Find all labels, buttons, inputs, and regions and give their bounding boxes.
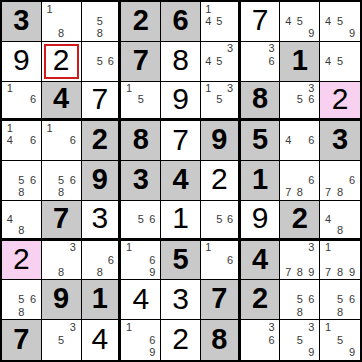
cell-r6c3[interactable]: 3 [82,201,122,241]
cell-r7c7[interactable]: 4 [241,241,281,281]
candidate-5 [94,254,105,266]
candidate-1 [203,43,214,55]
cell-r7c2[interactable]: 38 [42,241,82,281]
candidate-2 [334,321,346,334]
cell-r4c3[interactable]: 2 [82,121,122,161]
cell-r7c9[interactable]: 1789 [320,241,360,281]
candidate-7 [243,67,255,79]
candidate-2 [294,281,306,293]
candidate-3 [105,3,116,15]
candidate-3 [27,281,39,293]
cell-r6c4[interactable]: 56 [121,201,161,241]
candidate-7 [123,225,135,237]
candidate-3 [67,162,79,174]
cell-r8c7[interactable]: 2 [241,280,281,320]
cell-r3c6[interactable]: 135 [201,82,241,122]
entered-digit: 2 [53,45,70,75]
candidate-4 [44,174,56,186]
cell-r1c8[interactable]: 459 [280,2,320,42]
candidate-9 [225,67,236,79]
candidate-4: 4 [282,135,294,147]
candidate-8 [294,346,306,359]
given-digit: 8 [252,84,268,113]
cell-r4c4[interactable]: 8 [121,121,161,161]
cell-r2c4[interactable]: 7 [121,42,161,82]
candidate-2 [294,321,306,334]
cell-r9c5[interactable]: 2 [161,320,201,360]
candidate-2 [294,3,306,15]
cell-r1c5[interactable]: 6 [161,2,201,42]
candidate-9 [266,346,278,359]
candidate-4: 4 [282,15,294,27]
candidate-6 [346,15,358,27]
candidate-3: 3 [306,321,318,334]
candidate-7 [282,28,294,40]
candidate-7 [4,147,16,159]
candidate-9: 9 [346,266,358,278]
candidate-6 [306,15,318,27]
candidate-6: 6 [306,135,318,147]
cell-r2c8[interactable]: 1 [280,42,320,82]
candidate-8 [254,346,266,359]
candidate-6: 6 [147,254,159,266]
candidate-marks: 345 [201,42,238,81]
candidate-5 [55,135,67,147]
candidate-6 [346,334,358,347]
candidate-7: 7 [282,187,294,199]
candidate-7 [123,346,135,359]
cell-r2c6[interactable]: 345 [201,42,241,82]
cell-r4c9[interactable]: 3 [320,121,360,161]
candidate-5 [334,213,346,225]
candidate-marks: 15 [121,82,160,119]
candidate-5: 5 [334,334,346,347]
given-digit: 9 [211,125,227,154]
candidate-5: 5 [214,15,225,27]
candidate-7 [44,346,56,359]
candidate-2 [16,122,28,134]
candidate-1: 1 [44,3,56,15]
candidate-1: 1 [322,321,334,334]
candidate-8 [55,147,67,159]
candidate-9 [67,266,79,278]
candidate-1 [282,83,294,95]
candidate-2 [214,3,225,15]
candidate-4 [282,254,294,266]
entered-digit: 8 [172,45,189,75]
candidate-2 [254,321,266,334]
candidate-1 [282,3,294,15]
candidate-6: 6 [105,254,116,266]
candidate-5 [294,254,306,266]
cell-r2c7[interactable]: 36 [241,42,281,82]
candidate-7: 7 [322,187,334,199]
candidate-1 [322,202,334,214]
cell-r5c9[interactable]: 678 [320,161,360,201]
cell-r9c2[interactable]: 35 [42,320,82,360]
cell-r4c2[interactable]: 16 [42,121,82,161]
cell-r8c8[interactable]: 568 [280,280,320,320]
cell-r3c8[interactable]: 356 [280,82,320,122]
candidate-3 [147,321,159,334]
cell-r6c1[interactable]: 48 [2,201,42,241]
cell-r5c8[interactable]: 678 [280,161,320,201]
candidate-5: 5 [94,15,105,27]
candidate-2 [55,122,67,134]
candidate-1 [203,202,214,214]
candidate-7 [282,346,294,359]
candidate-8: 8 [16,187,28,199]
candidate-3 [105,242,116,254]
candidate-6: 6 [306,294,318,306]
cell-r5c5[interactable]: 4 [161,161,201,201]
candidate-5 [135,254,147,266]
candidate-7 [203,225,214,237]
candidate-4 [203,94,214,106]
candidate-3 [346,281,358,293]
entered-digit: 9 [13,45,30,75]
candidate-2 [94,43,105,55]
candidate-2 [55,3,67,15]
candidate-2 [294,122,306,134]
candidate-9 [306,306,318,318]
cell-r5c3[interactable]: 9 [82,161,122,201]
candidate-8: 8 [334,187,346,199]
cell-r5c4[interactable]: 3 [121,161,161,201]
candidate-8 [334,346,346,359]
candidate-marks: 459 [280,2,319,41]
cell-r6c9[interactable]: 48 [320,201,360,241]
entered-digit: 3 [92,203,109,233]
candidate-1 [44,242,56,254]
candidate-2 [294,242,306,254]
entered-digit: 7 [92,84,109,114]
cell-r3c5[interactable]: 9 [161,82,201,122]
cell-r6c7[interactable]: 9 [241,201,281,241]
candidate-1 [4,162,16,174]
candidate-marks: 16 [42,121,81,160]
candidate-marks: 38 [42,241,81,280]
cell-r3c3[interactable]: 7 [82,82,122,122]
cell-r9c1[interactable]: 7 [2,320,42,360]
given-digit: 2 [252,284,268,313]
given-digit: 7 [53,204,69,233]
candidate-3 [147,202,159,214]
given-digit: 4 [172,165,188,194]
given-digit: 2 [133,6,149,35]
cell-r6c5[interactable]: 1 [161,201,201,241]
cell-r1c1[interactable]: 3 [2,2,42,42]
cell-r2c1[interactable]: 9 [2,42,42,82]
candidate-6: 6 [27,174,39,186]
cell-r8c5[interactable]: 3 [161,280,201,320]
candidate-6: 6 [346,294,358,306]
cell-r8c6[interactable]: 7 [201,280,241,320]
candidate-8: 8 [55,187,67,199]
candidate-6: 6 [27,294,39,306]
cell-r9c4[interactable]: 169 [121,320,161,360]
cell-r9c7[interactable]: 36 [241,320,281,360]
entered-digit: 2 [13,244,30,274]
candidate-3 [27,83,39,95]
candidate-1: 1 [203,83,214,95]
cell-r4c5[interactable]: 7 [161,121,201,161]
candidate-4: 4 [4,135,16,147]
candidate-1: 1 [4,122,16,134]
candidate-8 [135,225,147,237]
candidate-6 [147,94,159,106]
candidate-marks: 568 [2,161,41,200]
candidate-3 [67,3,79,15]
given-digit: 1 [92,284,108,313]
candidate-9: 9 [306,346,318,359]
candidate-4 [44,15,56,27]
candidate-7 [123,106,135,118]
candidate-6 [225,15,236,27]
candidate-marks: 568 [320,280,360,319]
cell-r8c3[interactable]: 1 [82,280,122,320]
candidate-8: 8 [55,28,67,40]
candidate-4: 4 [4,213,16,225]
cell-r6c6[interactable]: 56 [201,201,241,241]
candidate-6: 6 [147,334,159,347]
cell-r3c9[interactable]: 2 [320,82,360,122]
candidate-3 [105,43,116,55]
given-digit: 2 [292,204,308,233]
cell-r5c1[interactable]: 568 [2,161,42,201]
candidate-8 [135,106,147,118]
candidate-1: 1 [322,242,334,254]
cell-r1c2[interactable]: 18 [42,2,82,42]
candidate-6 [346,55,358,67]
cell-r6c8[interactable]: 2 [280,201,320,241]
candidate-marks: 56 [121,201,160,238]
candidate-7 [84,67,95,79]
candidate-7 [123,266,135,278]
candidate-7 [4,225,16,237]
candidate-3: 3 [225,83,236,95]
cell-r8c9[interactable]: 568 [320,280,360,320]
given-digit: 9 [92,165,108,194]
candidate-3 [346,3,358,15]
candidate-marks: 169 [121,320,160,360]
candidate-marks: 56 [201,201,238,238]
candidate-9: 9 [306,28,318,40]
candidate-8: 8 [94,266,105,278]
cell-r8c1[interactable]: 568 [2,280,42,320]
entered-digit: 9 [252,203,269,233]
candidate-4 [322,254,334,266]
candidate-7 [203,28,214,40]
candidate-5: 5 [135,94,147,106]
candidate-marks: 356 [280,82,319,119]
candidate-7 [322,67,334,79]
candidate-7: 7 [282,266,294,278]
candidate-4 [44,254,56,266]
given-digit: 5 [252,125,268,154]
candidate-8: 8 [16,225,28,237]
candidate-3 [346,162,358,174]
candidate-3 [346,43,358,55]
candidate-4 [322,174,334,186]
candidate-3: 3 [67,321,79,334]
candidate-2 [294,162,306,174]
cell-r3c1[interactable]: 16 [2,82,42,122]
candidate-4 [4,294,16,306]
candidate-9 [27,225,39,237]
candidate-8 [214,67,225,79]
candidate-2 [16,83,28,95]
candidate-marks: 48 [320,201,360,238]
candidate-7 [282,106,294,118]
candidate-8 [334,67,346,79]
cell-r1c9[interactable]: 459 [320,2,360,42]
candidate-9 [67,147,79,159]
cell-r9c9[interactable]: 159 [320,320,360,360]
cell-r9c8[interactable]: 359 [280,320,320,360]
candidate-8: 8 [334,266,346,278]
cell-r5c6[interactable]: 2 [201,161,241,201]
candidate-marks: 68 [82,241,119,280]
candidate-2 [214,43,225,55]
given-digit: 8 [133,125,149,154]
candidate-4 [4,174,16,186]
cell-r8c4[interactable]: 4 [121,280,161,320]
candidate-4 [4,94,16,106]
cell-r3c2[interactable]: 4 [42,82,82,122]
cell-r9c3[interactable]: 4 [82,320,122,360]
candidate-6: 6 [27,135,39,147]
candidate-8 [55,346,67,359]
candidate-1 [243,43,255,55]
cell-r2c9[interactable]: 45 [320,42,360,82]
candidate-3 [27,202,39,214]
cell-r1c3[interactable]: 58 [82,2,122,42]
cell-r4c6[interactable]: 9 [201,121,241,161]
cell-r5c7[interactable]: 1 [241,161,281,201]
cell-r1c7[interactable]: 7 [241,2,281,42]
cell-r2c5[interactable]: 8 [161,42,201,82]
candidate-3 [306,3,318,15]
candidate-9 [67,346,79,359]
candidate-8 [254,67,266,79]
candidate-6: 6 [225,213,236,225]
candidate-9: 9 [147,346,159,359]
cell-r5c2[interactable]: 568 [42,161,82,201]
cell-r3c7[interactable]: 8 [241,82,281,122]
candidate-6: 6 [266,334,278,347]
cell-r9c6[interactable]: 8 [201,320,241,360]
candidate-4: 4 [322,15,334,27]
cell-r8c2[interactable]: 9 [42,280,82,320]
candidate-8 [294,106,306,118]
candidate-5 [214,254,225,266]
candidate-5: 5 [94,55,105,67]
candidate-4 [282,94,294,106]
candidate-7 [44,28,56,40]
cell-r4c1[interactable]: 146 [2,121,42,161]
cell-r7c8[interactable]: 3789 [280,241,320,281]
candidate-marks: 46 [280,121,319,160]
candidate-3 [147,242,159,254]
candidate-1 [44,321,56,334]
given-digit: 1 [292,46,308,75]
candidate-9 [346,67,358,79]
candidate-1: 1 [123,321,135,334]
cell-r7c6[interactable]: 16 [201,241,241,281]
candidate-7 [84,266,95,278]
candidate-2 [334,281,346,293]
candidate-2 [55,242,67,254]
candidate-3: 3 [225,43,236,55]
candidate-3 [27,122,39,134]
cell-r7c4[interactable]: 169 [121,241,161,281]
candidate-3 [306,281,318,293]
candidate-3 [346,242,358,254]
candidate-9: 9 [147,266,159,278]
candidate-5: 5 [334,294,346,306]
entered-digit: 1 [172,203,189,233]
candidate-7 [4,187,16,199]
candidate-5 [55,254,67,266]
cell-r1c6[interactable]: 145 [201,2,241,42]
candidate-6: 6 [266,55,278,67]
candidate-9 [67,187,79,199]
candidate-marks: 58 [82,2,119,41]
given-digit: 3 [133,165,149,194]
cell-r6c2[interactable]: 7 [42,201,82,241]
candidate-4 [84,254,95,266]
candidate-7 [282,306,294,318]
candidate-1 [84,43,95,55]
cell-r7c3[interactable]: 68 [82,241,122,281]
candidate-4 [44,334,56,347]
candidate-2 [16,162,28,174]
candidate-7 [203,67,214,79]
candidate-2 [135,242,147,254]
cell-r7c1[interactable]: 2 [2,241,42,281]
given-digit: 1 [252,165,268,194]
candidate-4 [322,334,334,347]
cell-r4c7[interactable]: 5 [241,121,281,161]
cell-r4c8[interactable]: 46 [280,121,320,161]
cell-r2c2[interactable]: 2 [42,42,82,82]
candidate-2 [254,43,266,55]
candidate-3 [225,242,236,254]
cell-r3c4[interactable]: 15 [121,82,161,122]
entered-digit: 7 [252,5,269,35]
candidate-7 [322,346,334,359]
candidate-9 [27,306,39,318]
cell-r2c3[interactable]: 56 [82,42,122,82]
candidate-6 [67,334,79,347]
candidate-8: 8 [55,266,67,278]
entered-digit: 7 [172,125,189,155]
candidate-1: 1 [203,242,214,254]
candidate-8 [16,106,28,118]
candidate-6 [105,15,116,27]
candidate-1 [243,321,255,334]
candidate-4: 4 [203,15,214,27]
candidate-6 [346,213,358,225]
candidate-2 [334,202,346,214]
cell-r7c5[interactable]: 5 [161,241,201,281]
candidate-1: 1 [123,83,135,95]
candidate-5: 5 [16,174,28,186]
candidate-1 [282,281,294,293]
cell-r1c4[interactable]: 2 [121,2,161,42]
entered-digit: 2 [211,164,228,194]
